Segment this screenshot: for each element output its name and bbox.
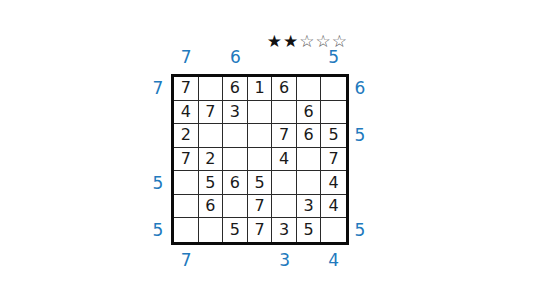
cell-r2c3[interactable]: 3 xyxy=(223,101,248,125)
clue-right-6 xyxy=(348,195,372,219)
cell-r2c6[interactable]: 6 xyxy=(297,101,322,125)
cell-r6c7[interactable]: 4 xyxy=(321,195,346,219)
clue-bottom-5: 3 xyxy=(272,249,297,271)
cell-r5c6[interactable] xyxy=(297,171,322,195)
clue-right-7: 5 xyxy=(348,218,372,242)
cell-r3c3[interactable] xyxy=(223,124,248,148)
cell-r5c1[interactable] xyxy=(174,171,199,195)
clue-left-5: 5 xyxy=(146,171,170,195)
cell-r6c1[interactable] xyxy=(174,195,199,219)
cell-r6c4[interactable]: 7 xyxy=(248,195,273,219)
clue-right-2 xyxy=(348,101,372,125)
clue-bottom-6 xyxy=(297,249,322,271)
clue-left-1: 7 xyxy=(146,77,170,101)
clue-bottom-4 xyxy=(248,249,273,271)
clue-bottom-7: 4 xyxy=(321,249,346,271)
cell-r5c5[interactable] xyxy=(272,171,297,195)
cell-r5c3[interactable]: 6 xyxy=(223,171,248,195)
clue-right-1: 6 xyxy=(348,77,372,101)
cell-r7c2[interactable] xyxy=(199,218,224,242)
cell-r7c1[interactable] xyxy=(174,218,199,242)
clue-top-7: 5 xyxy=(321,46,346,68)
clues-bottom: 734 xyxy=(174,249,346,271)
cell-r7c7[interactable] xyxy=(321,218,346,242)
cell-r2c2[interactable]: 7 xyxy=(199,101,224,125)
cell-r4c7[interactable]: 7 xyxy=(321,148,346,172)
cell-r3c4[interactable] xyxy=(248,124,273,148)
cell-r2c1[interactable]: 4 xyxy=(174,101,199,125)
clue-top-4 xyxy=(248,46,273,68)
clue-top-6 xyxy=(297,46,322,68)
cell-r4c4[interactable] xyxy=(248,148,273,172)
cell-r1c6[interactable] xyxy=(297,77,322,101)
cell-r2c7[interactable] xyxy=(321,101,346,125)
cell-r1c1[interactable]: 7 xyxy=(174,77,199,101)
cell-r2c4[interactable] xyxy=(248,101,273,125)
clue-right-4 xyxy=(348,148,372,172)
cell-r4c6[interactable] xyxy=(297,148,322,172)
cell-r4c1[interactable]: 7 xyxy=(174,148,199,172)
skyscrapers-puzzle: ★★☆☆☆ 765 755 655 734 761647362765724756… xyxy=(0,0,546,298)
clue-top-2 xyxy=(199,46,224,68)
cell-r7c6[interactable]: 5 xyxy=(297,218,322,242)
clue-left-2 xyxy=(146,101,170,125)
cell-r7c3[interactable]: 5 xyxy=(223,218,248,242)
cell-r6c5[interactable] xyxy=(272,195,297,219)
cell-r1c2[interactable] xyxy=(199,77,224,101)
cell-r5c7[interactable]: 4 xyxy=(321,171,346,195)
cell-r3c2[interactable] xyxy=(199,124,224,148)
cell-r3c7[interactable]: 5 xyxy=(321,124,346,148)
cell-r4c5[interactable]: 4 xyxy=(272,148,297,172)
board: 7616473627657247565467345735 xyxy=(171,74,349,245)
clue-top-5 xyxy=(272,46,297,68)
clue-left-3 xyxy=(146,124,170,148)
clue-bottom-2 xyxy=(199,249,224,271)
clue-top-3: 6 xyxy=(223,46,248,68)
cell-r6c2[interactable]: 6 xyxy=(199,195,224,219)
cell-r5c2[interactable]: 5 xyxy=(199,171,224,195)
clue-right-5 xyxy=(348,171,372,195)
clue-left-6 xyxy=(146,195,170,219)
cell-r6c6[interactable]: 3 xyxy=(297,195,322,219)
clues-top: 765 xyxy=(174,46,346,68)
cell-r6c3[interactable] xyxy=(223,195,248,219)
clue-bottom-3 xyxy=(223,249,248,271)
cell-r3c6[interactable]: 6 xyxy=(297,124,322,148)
clues-left: 755 xyxy=(146,77,170,242)
cell-r5c4[interactable]: 5 xyxy=(248,171,273,195)
cell-r3c5[interactable]: 7 xyxy=(272,124,297,148)
cell-r1c3[interactable]: 6 xyxy=(223,77,248,101)
cell-r1c7[interactable] xyxy=(321,77,346,101)
clue-left-7: 5 xyxy=(146,218,170,242)
cell-r7c5[interactable]: 3 xyxy=(272,218,297,242)
cell-r1c5[interactable]: 6 xyxy=(272,77,297,101)
cell-r2c5[interactable] xyxy=(272,101,297,125)
clue-left-4 xyxy=(146,148,170,172)
cell-r3c1[interactable]: 2 xyxy=(174,124,199,148)
clue-right-3: 5 xyxy=(348,124,372,148)
cell-r7c4[interactable]: 7 xyxy=(248,218,273,242)
cell-r1c4[interactable]: 1 xyxy=(248,77,273,101)
cell-r4c2[interactable]: 2 xyxy=(199,148,224,172)
clue-bottom-1: 7 xyxy=(174,249,199,271)
cell-r4c3[interactable] xyxy=(223,148,248,172)
clues-right: 655 xyxy=(348,77,372,242)
clue-top-1: 7 xyxy=(174,46,199,68)
